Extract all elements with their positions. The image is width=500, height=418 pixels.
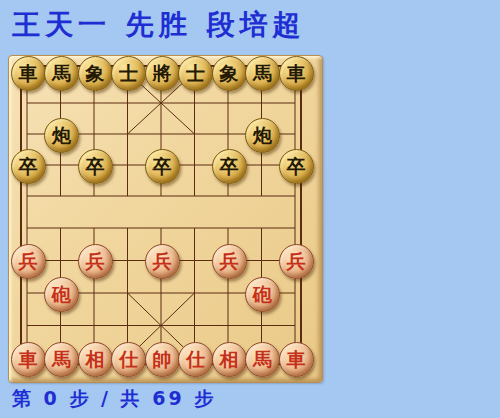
piece-black-chariot[interactable]: 車	[279, 56, 314, 91]
xiangqi-board[interactable]	[8, 55, 323, 383]
piece-red-horse[interactable]: 馬	[245, 342, 280, 377]
piece-black-horse[interactable]: 馬	[44, 56, 79, 91]
piece-black-horse[interactable]: 馬	[245, 56, 280, 91]
piece-black-cannon[interactable]: 炮	[245, 118, 280, 153]
piece-black-general[interactable]: 將	[145, 56, 180, 91]
piece-black-advisor[interactable]: 士	[178, 56, 213, 91]
app-window: 王天一 先胜 段培超 車馬象士將士象馬車炮炮卒卒卒卒卒兵兵兵兵兵砲砲車馬相仕帥仕…	[0, 0, 500, 418]
piece-red-soldier[interactable]: 兵	[145, 244, 180, 279]
piece-red-cannon[interactable]: 砲	[44, 277, 79, 312]
piece-red-cannon[interactable]: 砲	[245, 277, 280, 312]
piece-black-soldier[interactable]: 卒	[212, 149, 247, 184]
piece-red-soldier[interactable]: 兵	[212, 244, 247, 279]
piece-black-soldier[interactable]: 卒	[279, 149, 314, 184]
piece-red-chariot[interactable]: 車	[11, 342, 46, 377]
piece-red-elephant[interactable]: 相	[212, 342, 247, 377]
piece-black-elephant[interactable]: 象	[212, 56, 247, 91]
piece-red-soldier[interactable]: 兵	[279, 244, 314, 279]
piece-black-advisor[interactable]: 士	[111, 56, 146, 91]
piece-black-cannon[interactable]: 炮	[44, 118, 79, 153]
piece-black-chariot[interactable]: 車	[11, 56, 46, 91]
piece-red-chariot[interactable]: 車	[279, 342, 314, 377]
piece-black-elephant[interactable]: 象	[78, 56, 113, 91]
piece-red-soldier[interactable]: 兵	[11, 244, 46, 279]
piece-red-horse[interactable]: 馬	[44, 342, 79, 377]
piece-red-general[interactable]: 帥	[145, 342, 180, 377]
piece-red-advisor[interactable]: 仕	[178, 342, 213, 377]
piece-red-advisor[interactable]: 仕	[111, 342, 146, 377]
piece-black-soldier[interactable]: 卒	[145, 149, 180, 184]
move-counter: 第 0 步 / 共 69 步	[12, 386, 216, 412]
piece-red-soldier[interactable]: 兵	[78, 244, 113, 279]
piece-black-soldier[interactable]: 卒	[11, 149, 46, 184]
piece-red-elephant[interactable]: 相	[78, 342, 113, 377]
piece-black-soldier[interactable]: 卒	[78, 149, 113, 184]
game-title: 王天一 先胜 段培超	[12, 6, 306, 44]
